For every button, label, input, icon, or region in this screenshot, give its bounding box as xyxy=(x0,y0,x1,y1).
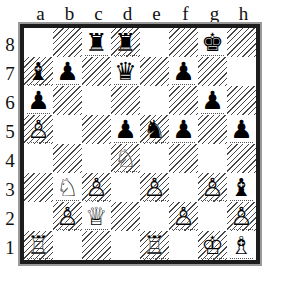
square-e7[interactable] xyxy=(140,57,169,86)
rank-label-2: 2 xyxy=(0,208,20,230)
square-g2[interactable] xyxy=(198,202,227,231)
square-c7[interactable] xyxy=(82,57,111,86)
square-h3[interactable]: ♝ xyxy=(227,173,256,202)
square-f8[interactable] xyxy=(169,28,198,57)
black-bishop: ♝ xyxy=(24,57,53,86)
rank-label-1: 1 xyxy=(0,237,20,259)
rank-label-7: 7 xyxy=(0,63,20,85)
rank-label-6: 6 xyxy=(0,92,20,114)
square-c1[interactable] xyxy=(82,231,111,260)
square-d6[interactable] xyxy=(111,86,140,115)
black-bishop: ♝ xyxy=(227,173,256,202)
white-pawn: ♙ xyxy=(82,173,111,202)
file-label-d: d xyxy=(113,3,142,24)
square-b7[interactable]: ♟ xyxy=(53,57,82,86)
square-h5[interactable]: ♟ xyxy=(227,115,256,144)
square-f6[interactable] xyxy=(169,86,198,115)
white-rook: ♖ xyxy=(24,231,53,260)
file-label-f: f xyxy=(171,3,200,24)
square-c5[interactable] xyxy=(82,115,111,144)
square-g8[interactable]: ♚ xyxy=(198,28,227,57)
square-d4[interactable]: ♘ xyxy=(111,144,140,173)
white-pawn: ♙ xyxy=(198,173,227,202)
square-h1[interactable]: ♗ xyxy=(227,231,256,260)
black-pawn: ♟ xyxy=(169,115,198,144)
square-f3[interactable] xyxy=(169,173,198,202)
square-a4[interactable] xyxy=(24,144,53,173)
square-c4[interactable] xyxy=(82,144,111,173)
square-c6[interactable] xyxy=(82,86,111,115)
white-pawn: ♙ xyxy=(53,202,82,231)
white-bishop: ♗ xyxy=(227,231,256,260)
square-a6[interactable]: ♟ xyxy=(24,86,53,115)
square-b4[interactable] xyxy=(53,144,82,173)
square-c8[interactable]: ♜ xyxy=(82,28,111,57)
square-b1[interactable] xyxy=(53,231,82,260)
square-g7[interactable] xyxy=(198,57,227,86)
square-e1[interactable]: ♖ xyxy=(140,231,169,260)
square-b2[interactable]: ♙ xyxy=(53,202,82,231)
square-g4[interactable] xyxy=(198,144,227,173)
file-labels: abcdefgh xyxy=(20,1,284,24)
black-pawn: ♟ xyxy=(24,86,53,115)
rank-labels: 87654321 xyxy=(0,24,20,264)
black-pawn: ♟ xyxy=(169,57,198,86)
square-h4[interactable] xyxy=(227,144,256,173)
chess-diagram: abcdefgh 87654321 ♜♜♚♝♟♛♟♟♟♙♟♞♟♟♘♘♙♙♙♝♙♕… xyxy=(0,0,284,264)
square-b3[interactable]: ♘ xyxy=(53,173,82,202)
square-f2[interactable]: ♙ xyxy=(169,202,198,231)
rank-label-8: 8 xyxy=(0,34,20,56)
square-h2[interactable]: ♙ xyxy=(227,202,256,231)
black-pawn: ♟ xyxy=(53,57,82,86)
square-e2[interactable] xyxy=(140,202,169,231)
square-a1[interactable]: ♖ xyxy=(24,231,53,260)
square-a8[interactable] xyxy=(24,28,53,57)
square-a2[interactable] xyxy=(24,202,53,231)
black-pawn: ♟ xyxy=(111,115,140,144)
square-b8[interactable] xyxy=(53,28,82,57)
square-e8[interactable] xyxy=(140,28,169,57)
square-d2[interactable] xyxy=(111,202,140,231)
white-rook: ♖ xyxy=(140,231,169,260)
square-a5[interactable]: ♙ xyxy=(24,115,53,144)
black-pawn: ♟ xyxy=(227,115,256,144)
chess-board: ♜♜♚♝♟♛♟♟♟♙♟♞♟♟♘♘♙♙♙♝♙♕♙♙♖♖♔♗ xyxy=(20,24,260,264)
white-knight: ♘ xyxy=(53,173,82,202)
file-label-c: c xyxy=(84,3,113,24)
corner-spacer xyxy=(0,1,20,24)
white-pawn: ♙ xyxy=(24,115,53,144)
square-h7[interactable] xyxy=(227,57,256,86)
black-rook: ♜ xyxy=(111,28,140,57)
file-label-b: b xyxy=(55,3,84,24)
white-pawn: ♙ xyxy=(227,202,256,231)
square-a3[interactable] xyxy=(24,173,53,202)
square-d5[interactable]: ♟ xyxy=(111,115,140,144)
square-g6[interactable]: ♟ xyxy=(198,86,227,115)
square-b6[interactable] xyxy=(53,86,82,115)
square-d8[interactable]: ♜ xyxy=(111,28,140,57)
black-king: ♚ xyxy=(198,28,227,57)
square-e4[interactable] xyxy=(140,144,169,173)
rank-label-4: 4 xyxy=(0,150,20,172)
file-label-h: h xyxy=(229,3,258,24)
square-f5[interactable]: ♟ xyxy=(169,115,198,144)
square-c2[interactable]: ♕ xyxy=(82,202,111,231)
square-f1[interactable] xyxy=(169,231,198,260)
square-h8[interactable] xyxy=(227,28,256,57)
white-queen: ♕ xyxy=(82,202,111,231)
white-king: ♔ xyxy=(198,231,227,260)
square-d7[interactable]: ♛ xyxy=(111,57,140,86)
file-label-g: g xyxy=(200,3,229,24)
square-d3[interactable] xyxy=(111,173,140,202)
square-h6[interactable] xyxy=(227,86,256,115)
white-pawn: ♙ xyxy=(140,173,169,202)
file-label-a: a xyxy=(26,3,55,24)
file-label-e: e xyxy=(142,3,171,24)
black-rook: ♜ xyxy=(82,28,111,57)
square-e6[interactable] xyxy=(140,86,169,115)
black-pawn: ♟ xyxy=(198,86,227,115)
white-pawn: ♙ xyxy=(169,202,198,231)
black-knight: ♞ xyxy=(140,115,169,144)
square-d1[interactable] xyxy=(111,231,140,260)
square-g5[interactable] xyxy=(198,115,227,144)
square-g3[interactable]: ♙ xyxy=(198,173,227,202)
rank-label-5: 5 xyxy=(0,121,20,143)
square-c3[interactable]: ♙ xyxy=(82,173,111,202)
square-g1[interactable]: ♔ xyxy=(198,231,227,260)
rank-label-3: 3 xyxy=(0,179,20,201)
square-e5[interactable]: ♞ xyxy=(140,115,169,144)
square-a7[interactable]: ♝ xyxy=(24,57,53,86)
square-f7[interactable]: ♟ xyxy=(169,57,198,86)
square-f4[interactable] xyxy=(169,144,198,173)
square-e3[interactable]: ♙ xyxy=(140,173,169,202)
white-knight: ♘ xyxy=(111,144,140,173)
square-b5[interactable] xyxy=(53,115,82,144)
black-queen: ♛ xyxy=(111,57,140,86)
